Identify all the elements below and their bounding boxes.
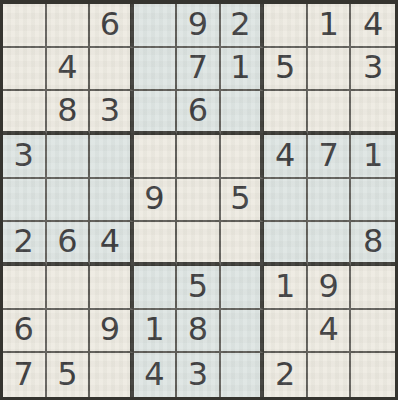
cell-r2c1[interactable] [3, 48, 47, 92]
cell-r8c9[interactable] [351, 310, 395, 354]
given-digit: 4 [100, 225, 120, 257]
cell-r7c8[interactable]: 9 [308, 266, 352, 310]
cell-r3c7[interactable] [264, 91, 308, 135]
cell-r3c9[interactable] [351, 91, 395, 135]
cell-r3c5[interactable]: 6 [177, 91, 221, 135]
cell-r6c4[interactable] [134, 222, 178, 266]
cell-r2c7[interactable]: 5 [264, 48, 308, 92]
given-digit: 3 [14, 139, 34, 171]
cell-r9c1[interactable]: 7 [3, 353, 47, 397]
cell-r7c7[interactable]: 1 [264, 266, 308, 310]
cell-r6c6[interactable] [221, 222, 265, 266]
cell-r3c3[interactable]: 3 [90, 91, 134, 135]
cell-r2c9[interactable]: 3 [351, 48, 395, 92]
cell-r3c2[interactable]: 8 [47, 91, 91, 135]
given-digit: 3 [100, 94, 120, 126]
sudoku-board: 692144715383634719526485196918475432 [0, 0, 398, 400]
cell-r9c9[interactable] [351, 353, 395, 397]
given-digit: 9 [188, 8, 208, 40]
cell-r5c8[interactable] [308, 179, 352, 223]
cell-r1c6[interactable]: 2 [221, 4, 265, 48]
given-digit: 6 [57, 225, 77, 257]
given-digit: 3 [188, 358, 208, 390]
cell-r1c2[interactable] [47, 4, 91, 48]
cell-r6c9[interactable]: 8 [351, 222, 395, 266]
cell-r9c8[interactable] [308, 353, 352, 397]
given-digit: 7 [318, 139, 338, 171]
cell-r4c5[interactable] [177, 135, 221, 179]
given-digit: 1 [318, 8, 338, 40]
cell-r6c8[interactable] [308, 222, 352, 266]
cell-r1c3[interactable]: 6 [90, 4, 134, 48]
cell-r8c2[interactable] [47, 310, 91, 354]
cell-r7c1[interactable] [3, 266, 47, 310]
given-digit: 3 [363, 51, 383, 83]
cell-r5c4[interactable]: 9 [134, 179, 178, 223]
given-digit: 2 [230, 8, 250, 40]
cell-r2c8[interactable] [308, 48, 352, 92]
cell-r5c2[interactable] [47, 179, 91, 223]
given-digit: 9 [318, 270, 338, 302]
given-digit: 6 [188, 94, 208, 126]
cell-r8c8[interactable]: 4 [308, 310, 352, 354]
cell-r3c6[interactable] [221, 91, 265, 135]
given-digit: 5 [57, 358, 77, 390]
given-digit: 9 [144, 182, 164, 214]
cell-r4c2[interactable] [47, 135, 91, 179]
cell-r8c1[interactable]: 6 [3, 310, 47, 354]
cell-r1c7[interactable] [264, 4, 308, 48]
cell-r5c7[interactable] [264, 179, 308, 223]
cell-r4c7[interactable]: 4 [264, 135, 308, 179]
cell-r3c1[interactable] [3, 91, 47, 135]
cell-r6c2[interactable]: 6 [47, 222, 91, 266]
cell-r1c9[interactable]: 4 [351, 4, 395, 48]
given-digit: 1 [230, 51, 250, 83]
given-digit: 6 [14, 313, 34, 345]
cell-r8c4[interactable]: 1 [134, 310, 178, 354]
cell-r1c4[interactable] [134, 4, 178, 48]
cell-r6c5[interactable] [177, 222, 221, 266]
cell-r1c5[interactable]: 9 [177, 4, 221, 48]
cell-r7c9[interactable] [351, 266, 395, 310]
cell-r1c8[interactable]: 1 [308, 4, 352, 48]
cell-r8c6[interactable] [221, 310, 265, 354]
given-digit: 5 [275, 51, 295, 83]
cell-r5c6[interactable]: 5 [221, 179, 265, 223]
cell-r9c2[interactable]: 5 [47, 353, 91, 397]
cell-r3c8[interactable] [308, 91, 352, 135]
cell-r7c6[interactable] [221, 266, 265, 310]
given-digit: 1 [363, 139, 383, 171]
cell-r5c1[interactable] [3, 179, 47, 223]
cell-r1c1[interactable] [3, 4, 47, 48]
given-digit: 4 [275, 139, 295, 171]
cell-r4c3[interactable] [90, 135, 134, 179]
given-digit: 7 [14, 358, 34, 390]
given-digit: 4 [363, 8, 383, 40]
given-digit: 4 [57, 51, 77, 83]
cell-r4c4[interactable] [134, 135, 178, 179]
cell-r4c8[interactable]: 7 [308, 135, 352, 179]
cell-r7c2[interactable] [47, 266, 91, 310]
cell-r2c3[interactable] [90, 48, 134, 92]
given-digit: 5 [230, 182, 250, 214]
cell-r6c1[interactable]: 2 [3, 222, 47, 266]
cell-r7c3[interactable] [90, 266, 134, 310]
given-digit: 1 [144, 313, 164, 345]
cell-r5c9[interactable] [351, 179, 395, 223]
cell-r9c7[interactable]: 2 [264, 353, 308, 397]
cell-r9c5[interactable]: 3 [177, 353, 221, 397]
cell-r6c3[interactable]: 4 [90, 222, 134, 266]
cell-r9c6[interactable] [221, 353, 265, 397]
cell-r8c5[interactable]: 8 [177, 310, 221, 354]
given-digit: 1 [275, 270, 295, 302]
cell-r7c4[interactable] [134, 266, 178, 310]
given-digit: 8 [188, 313, 208, 345]
cell-r2c4[interactable] [134, 48, 178, 92]
given-digit: 7 [188, 51, 208, 83]
given-digit: 2 [275, 358, 295, 390]
cell-r4c9[interactable]: 1 [351, 135, 395, 179]
cell-r3c4[interactable] [134, 91, 178, 135]
cell-r9c4[interactable]: 4 [134, 353, 178, 397]
cell-r5c3[interactable] [90, 179, 134, 223]
given-digit: 4 [144, 358, 164, 390]
cell-r6c7[interactable] [264, 222, 308, 266]
given-digit: 8 [363, 225, 383, 257]
cell-r4c1[interactable]: 3 [3, 135, 47, 179]
given-digit: 6 [100, 8, 120, 40]
cell-r4c6[interactable] [221, 135, 265, 179]
given-digit: 2 [14, 225, 34, 257]
given-digit: 9 [100, 313, 120, 345]
cell-r8c7[interactable] [264, 310, 308, 354]
given-digit: 5 [188, 270, 208, 302]
cell-r2c5[interactable]: 7 [177, 48, 221, 92]
cell-r7c5[interactable]: 5 [177, 266, 221, 310]
given-digit: 8 [57, 94, 77, 126]
cell-r8c3[interactable]: 9 [90, 310, 134, 354]
cell-r2c6[interactable]: 1 [221, 48, 265, 92]
cell-r2c2[interactable]: 4 [47, 48, 91, 92]
given-digit: 4 [318, 313, 338, 345]
cell-r9c3[interactable] [90, 353, 134, 397]
cell-r5c5[interactable] [177, 179, 221, 223]
